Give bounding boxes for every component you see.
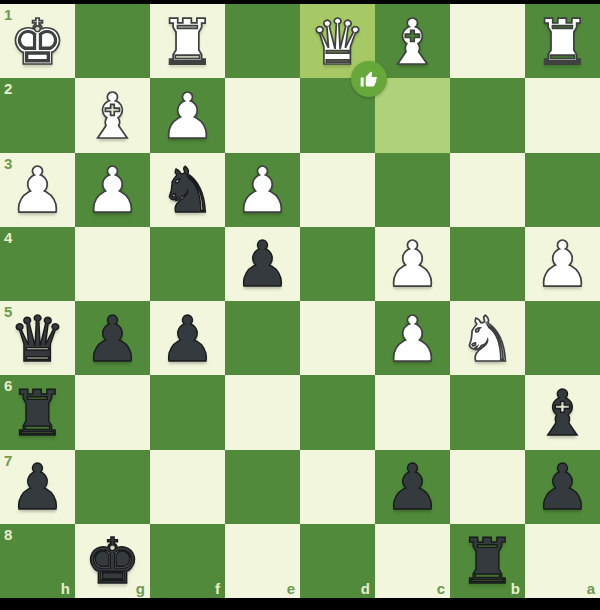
square-b5[interactable]: ♞ xyxy=(450,301,525,375)
move-feedback-badge xyxy=(351,61,387,97)
square-e8[interactable]: e xyxy=(225,524,300,598)
piece-black-pawn[interactable]: ♟ xyxy=(159,308,215,371)
piece-black-bishop[interactable]: ♝ xyxy=(534,382,590,445)
square-c2[interactable] xyxy=(375,78,450,152)
square-g5[interactable]: ♟ xyxy=(75,301,150,375)
square-d6[interactable] xyxy=(300,375,375,449)
square-f3[interactable]: ♞ xyxy=(150,153,225,227)
square-h1[interactable]: 1♚ xyxy=(0,4,75,78)
square-g7[interactable] xyxy=(75,450,150,524)
square-c3[interactable] xyxy=(375,153,450,227)
square-c6[interactable] xyxy=(375,375,450,449)
piece-white-rook[interactable]: ♜ xyxy=(534,11,590,74)
piece-black-pawn[interactable]: ♟ xyxy=(84,308,140,371)
rank-label-4: 4 xyxy=(4,230,12,245)
file-label-f: f xyxy=(215,581,220,596)
piece-white-rook[interactable]: ♜ xyxy=(159,11,215,74)
square-h7[interactable]: 7♟ xyxy=(0,450,75,524)
square-b2[interactable] xyxy=(450,78,525,152)
square-a1[interactable]: ♜ xyxy=(525,4,600,78)
square-b6[interactable] xyxy=(450,375,525,449)
piece-black-knight[interactable]: ♞ xyxy=(159,159,215,222)
square-h5[interactable]: 5♛ xyxy=(0,301,75,375)
rank-label-2: 2 xyxy=(4,81,12,96)
square-d7[interactable] xyxy=(300,450,375,524)
square-f4[interactable] xyxy=(150,227,225,301)
piece-white-pawn[interactable]: ♟ xyxy=(159,85,215,148)
square-g2[interactable]: ♝ xyxy=(75,78,150,152)
chess-board[interactable]: 1♚♜♛♝♜2♝♟3♟♟♞♟4♟♟♟5♛♟♟♟♞6♜♝7♟♟♟8hg♚fedcb… xyxy=(0,4,600,598)
piece-black-pawn[interactable]: ♟ xyxy=(384,456,440,519)
square-e4[interactable]: ♟ xyxy=(225,227,300,301)
square-e7[interactable] xyxy=(225,450,300,524)
file-label-a: a xyxy=(587,581,595,596)
square-f7[interactable] xyxy=(150,450,225,524)
square-g8[interactable]: g♚ xyxy=(75,524,150,598)
file-label-c: c xyxy=(437,581,445,596)
piece-white-bishop[interactable]: ♝ xyxy=(384,11,440,74)
square-a5[interactable] xyxy=(525,301,600,375)
square-c4[interactable]: ♟ xyxy=(375,227,450,301)
square-h2[interactable]: 2 xyxy=(0,78,75,152)
square-d3[interactable] xyxy=(300,153,375,227)
piece-black-pawn[interactable]: ♟ xyxy=(534,456,590,519)
square-f2[interactable]: ♟ xyxy=(150,78,225,152)
square-g6[interactable] xyxy=(75,375,150,449)
file-label-e: e xyxy=(287,581,295,596)
square-a3[interactable] xyxy=(525,153,600,227)
piece-white-king[interactable]: ♚ xyxy=(9,11,65,74)
square-e6[interactable] xyxy=(225,375,300,449)
piece-black-rook[interactable]: ♜ xyxy=(9,382,65,445)
square-a8[interactable]: a xyxy=(525,524,600,598)
piece-white-pawn[interactable]: ♟ xyxy=(84,159,140,222)
square-d8[interactable]: d xyxy=(300,524,375,598)
file-label-h: h xyxy=(61,581,70,596)
square-h3[interactable]: 3♟ xyxy=(0,153,75,227)
square-e2[interactable] xyxy=(225,78,300,152)
square-c1[interactable]: ♝ xyxy=(375,4,450,78)
square-c5[interactable]: ♟ xyxy=(375,301,450,375)
square-h4[interactable]: 4 xyxy=(0,227,75,301)
square-a7[interactable]: ♟ xyxy=(525,450,600,524)
square-a2[interactable] xyxy=(525,78,600,152)
piece-white-knight[interactable]: ♞ xyxy=(459,308,515,371)
piece-black-queen[interactable]: ♛ xyxy=(9,308,65,371)
square-f6[interactable] xyxy=(150,375,225,449)
piece-white-pawn[interactable]: ♟ xyxy=(534,233,590,296)
piece-white-pawn[interactable]: ♟ xyxy=(384,308,440,371)
piece-white-pawn[interactable]: ♟ xyxy=(234,159,290,222)
square-a4[interactable]: ♟ xyxy=(525,227,600,301)
square-f5[interactable]: ♟ xyxy=(150,301,225,375)
piece-black-king[interactable]: ♚ xyxy=(84,530,140,593)
piece-black-pawn[interactable]: ♟ xyxy=(9,456,65,519)
square-f8[interactable]: f xyxy=(150,524,225,598)
square-c7[interactable]: ♟ xyxy=(375,450,450,524)
square-e5[interactable] xyxy=(225,301,300,375)
square-g3[interactable]: ♟ xyxy=(75,153,150,227)
square-e1[interactable] xyxy=(225,4,300,78)
square-d4[interactable] xyxy=(300,227,375,301)
square-f1[interactable]: ♜ xyxy=(150,4,225,78)
piece-white-pawn[interactable]: ♟ xyxy=(384,233,440,296)
rank-label-8: 8 xyxy=(4,527,12,542)
square-b3[interactable] xyxy=(450,153,525,227)
file-label-d: d xyxy=(361,581,370,596)
piece-white-bishop[interactable]: ♝ xyxy=(84,85,140,148)
thumbs-up-icon xyxy=(359,69,379,89)
square-h8[interactable]: 8h xyxy=(0,524,75,598)
piece-white-pawn[interactable]: ♟ xyxy=(9,159,65,222)
square-b1[interactable] xyxy=(450,4,525,78)
square-h6[interactable]: 6♜ xyxy=(0,375,75,449)
square-g1[interactable] xyxy=(75,4,150,78)
square-c8[interactable]: c xyxy=(375,524,450,598)
square-e3[interactable]: ♟ xyxy=(225,153,300,227)
piece-black-rook[interactable]: ♜ xyxy=(459,530,515,593)
square-b8[interactable]: b♜ xyxy=(450,524,525,598)
square-b7[interactable] xyxy=(450,450,525,524)
square-a6[interactable]: ♝ xyxy=(525,375,600,449)
square-d5[interactable] xyxy=(300,301,375,375)
square-b4[interactable] xyxy=(450,227,525,301)
piece-black-pawn[interactable]: ♟ xyxy=(234,233,290,296)
square-g4[interactable] xyxy=(75,227,150,301)
